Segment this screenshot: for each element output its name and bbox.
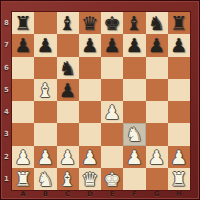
square-h5[interactable] <box>168 79 190 101</box>
square-e1[interactable]: ♚ <box>101 168 123 190</box>
square-g2[interactable]: ♟ <box>146 146 168 168</box>
square-h6[interactable] <box>168 57 190 79</box>
square-c4[interactable] <box>57 101 79 123</box>
square-g3[interactable] <box>146 123 168 145</box>
square-c5[interactable]: ♟ <box>57 79 79 101</box>
square-d6[interactable] <box>79 57 101 79</box>
black-pawn-piece: ♟ <box>59 79 76 101</box>
square-e4[interactable]: ♟ <box>101 101 123 123</box>
square-c8[interactable]: ♝ <box>57 12 79 34</box>
square-h8[interactable]: ♜ <box>168 12 190 34</box>
chess-board[interactable]: ♜♝♛♚♝♞♜♟♟♟♟♟♟♟♞♝♟♟♞♟♟♟♟♟♟♟♜♞♝♛♚♜ <box>12 12 190 190</box>
square-c3[interactable] <box>57 123 79 145</box>
white-king-piece: ♚ <box>104 168 121 190</box>
square-f1[interactable] <box>123 168 145 190</box>
square-f7[interactable]: ♟ <box>123 34 145 56</box>
black-queen-piece: ♛ <box>81 12 98 34</box>
white-pawn-piece: ♟ <box>15 146 32 168</box>
square-d8[interactable]: ♛ <box>79 12 101 34</box>
white-pawn-piece: ♟ <box>81 146 98 168</box>
square-f4[interactable] <box>123 101 145 123</box>
rank-label-8: 8 <box>1 12 12 34</box>
square-a6[interactable] <box>12 57 34 79</box>
rank-label-7: 7 <box>1 34 12 56</box>
board-frame: 87654321 ABCDEFGH ♜♝♛♚♝♞♜♟♟♟♟♟♟♟♞♝♟♟♞♟♟♟… <box>0 0 200 200</box>
square-h3[interactable] <box>168 123 190 145</box>
rank-label-5: 5 <box>1 79 12 101</box>
white-pawn-piece: ♟ <box>104 101 121 123</box>
black-pawn-piece: ♟ <box>126 34 143 56</box>
square-g8[interactable]: ♞ <box>146 12 168 34</box>
square-e3[interactable] <box>101 123 123 145</box>
square-d2[interactable]: ♟ <box>79 146 101 168</box>
black-bishop-piece: ♝ <box>126 12 143 34</box>
square-h2[interactable]: ♟ <box>168 146 190 168</box>
square-a2[interactable]: ♟ <box>12 146 34 168</box>
square-f5[interactable] <box>123 79 145 101</box>
rank-label-3: 3 <box>1 123 12 145</box>
black-rook-piece: ♜ <box>170 12 187 34</box>
square-f8[interactable]: ♝ <box>123 12 145 34</box>
square-g1[interactable] <box>146 168 168 190</box>
square-c2[interactable]: ♟ <box>57 146 79 168</box>
white-pawn-piece: ♟ <box>170 146 187 168</box>
square-c1[interactable]: ♝ <box>57 168 79 190</box>
black-knight-piece: ♞ <box>148 12 165 34</box>
black-pawn-piece: ♟ <box>81 34 98 56</box>
white-pawn-piece: ♟ <box>37 146 54 168</box>
white-rook-piece: ♜ <box>15 168 32 190</box>
square-h4[interactable] <box>168 101 190 123</box>
square-b1[interactable]: ♞ <box>34 168 56 190</box>
square-b4[interactable] <box>34 101 56 123</box>
square-b8[interactable] <box>34 12 56 34</box>
square-d3[interactable] <box>79 123 101 145</box>
square-a8[interactable]: ♜ <box>12 12 34 34</box>
black-pawn-piece: ♟ <box>104 34 121 56</box>
square-c7[interactable] <box>57 34 79 56</box>
square-a1[interactable]: ♜ <box>12 168 34 190</box>
white-queen-piece: ♛ <box>81 168 98 190</box>
black-pawn-piece: ♟ <box>37 34 54 56</box>
square-d5[interactable] <box>79 79 101 101</box>
square-e7[interactable]: ♟ <box>101 34 123 56</box>
black-bishop-piece: ♝ <box>59 12 76 34</box>
black-pawn-piece: ♟ <box>15 34 32 56</box>
square-b6[interactable] <box>34 57 56 79</box>
square-h7[interactable]: ♟ <box>168 34 190 56</box>
square-a5[interactable] <box>12 79 34 101</box>
white-bishop-piece: ♝ <box>37 79 54 101</box>
rank-labels: 87654321 <box>1 12 12 190</box>
rank-label-2: 2 <box>1 146 12 168</box>
white-pawn-piece: ♟ <box>126 146 143 168</box>
white-rook-piece: ♜ <box>170 168 187 190</box>
white-bishop-piece: ♝ <box>59 168 76 190</box>
square-f3[interactable]: ♞ <box>123 123 145 145</box>
black-rook-piece: ♜ <box>15 12 32 34</box>
square-a7[interactable]: ♟ <box>12 34 34 56</box>
black-king-piece: ♚ <box>104 12 121 34</box>
rank-label-1: 1 <box>1 168 12 190</box>
square-a4[interactable] <box>12 101 34 123</box>
square-b5[interactable]: ♝ <box>34 79 56 101</box>
square-g5[interactable] <box>146 79 168 101</box>
square-c6[interactable]: ♞ <box>57 57 79 79</box>
black-pawn-piece: ♟ <box>170 34 187 56</box>
square-f6[interactable] <box>123 57 145 79</box>
rank-label-4: 4 <box>1 101 12 123</box>
square-b7[interactable]: ♟ <box>34 34 56 56</box>
square-g6[interactable] <box>146 57 168 79</box>
rank-label-6: 6 <box>1 57 12 79</box>
black-pawn-piece: ♟ <box>148 34 165 56</box>
white-knight-piece: ♞ <box>126 123 143 145</box>
square-e2[interactable] <box>101 146 123 168</box>
square-d4[interactable] <box>79 101 101 123</box>
square-d1[interactable]: ♛ <box>79 168 101 190</box>
square-g7[interactable]: ♟ <box>146 34 168 56</box>
white-knight-piece: ♞ <box>37 168 54 190</box>
black-knight-piece: ♞ <box>59 57 76 79</box>
square-b3[interactable] <box>34 123 56 145</box>
square-e5[interactable] <box>101 79 123 101</box>
white-pawn-piece: ♟ <box>148 146 165 168</box>
square-f2[interactable]: ♟ <box>123 146 145 168</box>
white-pawn-piece: ♟ <box>59 146 76 168</box>
square-e8[interactable]: ♚ <box>101 12 123 34</box>
square-g4[interactable] <box>146 101 168 123</box>
square-d7[interactable]: ♟ <box>79 34 101 56</box>
square-h1[interactable]: ♜ <box>168 168 190 190</box>
square-e6[interactable] <box>101 57 123 79</box>
square-b2[interactable]: ♟ <box>34 146 56 168</box>
square-a3[interactable] <box>12 123 34 145</box>
